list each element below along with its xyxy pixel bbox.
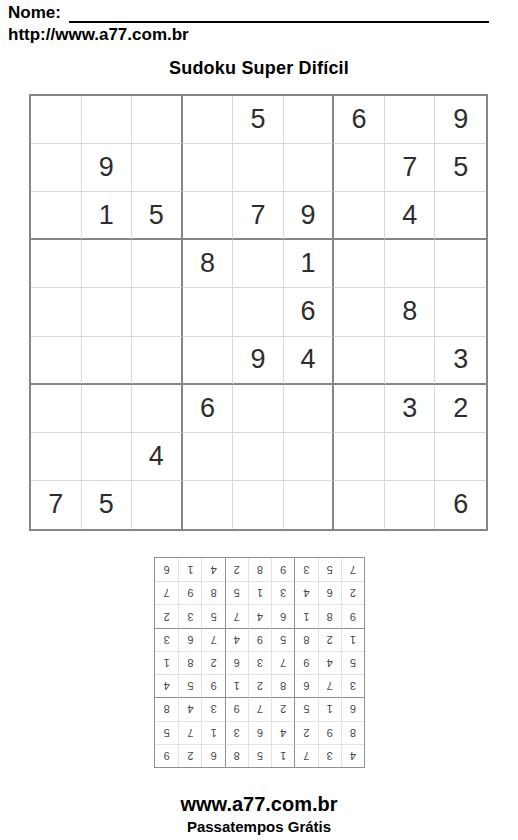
solution-cell-r5c4: 7 xyxy=(271,651,294,674)
solution-cell-r9c6: 2 xyxy=(225,558,248,581)
solution-cell-r2c1: 8 xyxy=(341,721,364,744)
puzzle-cell-r1c1 xyxy=(31,96,82,144)
puzzle-cell-r9c1: 7 xyxy=(31,481,82,529)
solution-cell-r1c1: 4 xyxy=(341,744,364,767)
puzzle-cell-r7c3 xyxy=(132,385,183,433)
solution-cell-r1c3: 7 xyxy=(294,744,317,767)
puzzle-cell-r7c9: 2 xyxy=(435,385,486,433)
solution-cell-r1c5: 5 xyxy=(248,744,271,767)
solution-cell-r1c2: 3 xyxy=(318,744,341,767)
puzzle-cell-r4c8 xyxy=(385,240,436,288)
puzzle-cell-r8c6 xyxy=(284,433,335,481)
solution-cell-r8c2: 6 xyxy=(318,581,341,604)
puzzle-cell-r5c4 xyxy=(183,288,234,336)
puzzle-cell-r6c8 xyxy=(385,337,436,385)
puzzle-cell-r4c4: 8 xyxy=(183,240,234,288)
puzzle-cell-r2c3 xyxy=(132,144,183,192)
puzzle-cell-r7c1 xyxy=(31,385,82,433)
solution-cell-r3c5: 7 xyxy=(248,697,271,720)
puzzle-cell-r7c2 xyxy=(82,385,133,433)
puzzle-cell-r6c1 xyxy=(31,337,82,385)
solution-cell-r6c4: 5 xyxy=(271,628,294,651)
puzzle-cell-r6c9: 3 xyxy=(435,337,486,385)
solution-cell-r6c7: 7 xyxy=(201,628,224,651)
page: Nome: http://www.a77.com.br Sudoku Super… xyxy=(0,0,518,840)
solution-cell-r8c6: 5 xyxy=(225,581,248,604)
solution-cell-r5c6: 6 xyxy=(225,651,248,674)
solution-cell-r2c9: 5 xyxy=(155,721,178,744)
solution-cell-r6c2: 2 xyxy=(318,628,341,651)
puzzle-cell-r3c2: 1 xyxy=(82,192,133,240)
puzzle-cell-r9c3 xyxy=(132,481,183,529)
puzzle-cell-r1c3 xyxy=(132,96,183,144)
solution-cell-r6c1: 1 xyxy=(341,628,364,651)
puzzle-cell-r8c2 xyxy=(82,433,133,481)
puzzle-cell-r3c6: 9 xyxy=(284,192,335,240)
solution-cell-r9c7: 4 xyxy=(201,558,224,581)
puzzle-cell-r4c6: 1 xyxy=(284,240,335,288)
puzzle-cell-r4c2 xyxy=(82,240,133,288)
solution-cell-r2c8: 7 xyxy=(178,721,201,744)
solution-cell-r5c8: 8 xyxy=(178,651,201,674)
solution-cell-r7c8: 3 xyxy=(178,604,201,627)
puzzle-cell-r7c8: 3 xyxy=(385,385,436,433)
solution-cell-r9c4: 9 xyxy=(271,558,294,581)
puzzle-cell-r4c1 xyxy=(31,240,82,288)
name-blank-line xyxy=(69,5,489,23)
solution-cell-r6c6: 4 xyxy=(225,628,248,651)
solution-cell-r7c1: 9 xyxy=(341,604,364,627)
puzzle-cell-r5c9 xyxy=(435,288,486,336)
puzzle-cell-r1c7: 6 xyxy=(334,96,385,144)
puzzle-cell-r9c4 xyxy=(183,481,234,529)
puzzle-cell-r8c4 xyxy=(183,433,234,481)
puzzle-cell-r5c2 xyxy=(82,288,133,336)
puzzle-cell-r2c1 xyxy=(31,144,82,192)
solution-cell-r4c3: 6 xyxy=(294,674,317,697)
puzzle-cell-r3c3: 5 xyxy=(132,192,183,240)
solution-cell-r7c6: 7 xyxy=(225,604,248,627)
puzzle-cell-r8c5 xyxy=(233,433,284,481)
puzzle-cell-r3c8: 4 xyxy=(385,192,436,240)
puzzle-cell-r5c3 xyxy=(132,288,183,336)
solution-cell-r1c8: 2 xyxy=(178,744,201,767)
solution-cell-r4c6: 1 xyxy=(225,674,248,697)
puzzle-cell-r3c4 xyxy=(183,192,234,240)
solution-cell-r5c3: 9 xyxy=(294,651,317,674)
puzzle-cell-r4c5 xyxy=(233,240,284,288)
solution-cell-r8c8: 9 xyxy=(178,581,201,604)
solution-cell-r3c3: 5 xyxy=(294,697,317,720)
solution-cell-r1c7: 6 xyxy=(201,744,224,767)
name-label: Nome: xyxy=(8,3,61,23)
puzzle-cell-r1c5: 5 xyxy=(233,96,284,144)
puzzle-cell-r4c3 xyxy=(132,240,183,288)
solution-cell-r9c3: 3 xyxy=(294,558,317,581)
solution-cell-r4c4: 8 xyxy=(271,674,294,697)
solution-cell-r8c5: 1 xyxy=(248,581,271,604)
puzzle-cell-r7c4: 6 xyxy=(183,385,234,433)
puzzle-cell-r9c9: 6 xyxy=(435,481,486,529)
puzzle-cell-r8c1 xyxy=(31,433,82,481)
puzzle-cell-r5c8: 8 xyxy=(385,288,436,336)
solution-cell-r8c1: 2 xyxy=(341,581,364,604)
solution-cell-r9c5: 8 xyxy=(248,558,271,581)
puzzle-cell-r6c7 xyxy=(334,337,385,385)
solution-cell-r2c7: 1 xyxy=(201,721,224,744)
puzzle-cell-r6c4 xyxy=(183,337,234,385)
puzzle-cell-r1c6 xyxy=(284,96,335,144)
puzzle-cell-r9c2: 5 xyxy=(82,481,133,529)
puzzle-cell-r5c7 xyxy=(334,288,385,336)
puzzle-cell-r7c7 xyxy=(334,385,385,433)
puzzle-cell-r8c7 xyxy=(334,433,385,481)
footer-tagline-text: Passatempos Grátis xyxy=(0,818,518,835)
puzzle-cell-r7c6 xyxy=(284,385,335,433)
solution-cell-r4c7: 9 xyxy=(201,674,224,697)
puzzle-cell-r1c4 xyxy=(183,96,234,144)
solution-cell-r3c6: 9 xyxy=(225,697,248,720)
puzzle-cell-r9c6 xyxy=(284,481,335,529)
site-url-text: http://www.a77.com.br xyxy=(8,25,189,45)
puzzle-cell-r8c3: 4 xyxy=(132,433,183,481)
solution-cell-r1c4: 1 xyxy=(271,744,294,767)
solution-cell-r5c5: 3 xyxy=(248,651,271,674)
solution-cell-r6c5: 9 xyxy=(248,628,271,651)
solution-cell-r7c9: 2 xyxy=(155,604,178,627)
puzzle-cell-r2c7 xyxy=(334,144,385,192)
puzzle-cell-r9c7 xyxy=(334,481,385,529)
solution-cell-r6c3: 8 xyxy=(294,628,317,651)
solution-cell-r4c5: 2 xyxy=(248,674,271,697)
puzzle-cell-r2c6 xyxy=(284,144,335,192)
solution-cell-r2c5: 6 xyxy=(248,721,271,744)
solution-cell-r9c9: 6 xyxy=(155,558,178,581)
footer-site-text: www.a77.com.br xyxy=(0,793,518,816)
solution-cell-r2c3: 2 xyxy=(294,721,317,744)
solution-cell-r7c2: 8 xyxy=(318,604,341,627)
solution-cell-r2c2: 9 xyxy=(318,721,341,744)
puzzle-cell-r3c5: 7 xyxy=(233,192,284,240)
puzzle-cell-r5c1 xyxy=(31,288,82,336)
solution-cell-r7c5: 4 xyxy=(248,604,271,627)
solution-cell-r3c7: 3 xyxy=(201,697,224,720)
solution-cell-r2c6: 3 xyxy=(225,721,248,744)
puzzle-cell-r8c9 xyxy=(435,433,486,481)
puzzle-cell-r6c5: 9 xyxy=(233,337,284,385)
solution-cell-r5c9: 1 xyxy=(155,651,178,674)
puzzle-cell-r6c3 xyxy=(132,337,183,385)
solution-grid: 4371586298924631756152793483768219545497… xyxy=(154,557,365,768)
puzzle-cell-r6c6: 4 xyxy=(284,337,335,385)
solution-cell-r3c2: 1 xyxy=(318,697,341,720)
solution-cell-r8c9: 7 xyxy=(155,581,178,604)
puzzle-cell-r1c2 xyxy=(82,96,133,144)
puzzle-cell-r7c5 xyxy=(233,385,284,433)
solution-cell-r4c8: 5 xyxy=(178,674,201,697)
solution-cell-r1c6: 8 xyxy=(225,744,248,767)
puzzle-cell-r5c5 xyxy=(233,288,284,336)
solution-cell-r9c2: 5 xyxy=(318,558,341,581)
solution-cell-r5c2: 4 xyxy=(318,651,341,674)
solution-cell-r8c3: 4 xyxy=(294,581,317,604)
solution-cell-r7c3: 1 xyxy=(294,604,317,627)
puzzle-cell-r9c5 xyxy=(233,481,284,529)
puzzle-cell-r4c7 xyxy=(334,240,385,288)
puzzle-cell-r8c8 xyxy=(385,433,436,481)
puzzle-cell-r3c9 xyxy=(435,192,486,240)
page-title: Sudoku Super Difícil xyxy=(0,58,518,79)
name-row: Nome: xyxy=(8,3,489,23)
solution-cell-r5c7: 2 xyxy=(201,651,224,674)
solution-cell-r7c7: 5 xyxy=(201,604,224,627)
solution-cell-r7c4: 6 xyxy=(271,604,294,627)
solution-cell-r1c9: 9 xyxy=(155,744,178,767)
puzzle-grid: 5699751579481689436324756 xyxy=(29,94,488,531)
solution-cell-r9c1: 7 xyxy=(341,558,364,581)
solution-cell-r4c9: 4 xyxy=(155,674,178,697)
solution-cell-r6c9: 3 xyxy=(155,628,178,651)
solution-cell-r3c8: 4 xyxy=(178,697,201,720)
puzzle-cell-r3c1 xyxy=(31,192,82,240)
puzzle-cell-r2c8: 7 xyxy=(385,144,436,192)
puzzle-cell-r2c4 xyxy=(183,144,234,192)
puzzle-cell-r9c8 xyxy=(385,481,436,529)
solution-cell-r9c8: 1 xyxy=(178,558,201,581)
solution-cell-r3c4: 2 xyxy=(271,697,294,720)
solution-cell-r8c4: 3 xyxy=(271,581,294,604)
puzzle-cell-r3c7 xyxy=(334,192,385,240)
solution-cell-r4c2: 7 xyxy=(318,674,341,697)
puzzle-cell-r2c5 xyxy=(233,144,284,192)
solution-cell-r4c1: 3 xyxy=(341,674,364,697)
puzzle-cell-r1c9: 9 xyxy=(435,96,486,144)
solution-cell-r3c9: 8 xyxy=(155,697,178,720)
puzzle-cell-r5c6: 6 xyxy=(284,288,335,336)
puzzle-cell-r1c8 xyxy=(385,96,436,144)
solution-cell-r3c1: 6 xyxy=(341,697,364,720)
solution-cell-r5c1: 5 xyxy=(341,651,364,674)
solution-cell-r6c8: 6 xyxy=(178,628,201,651)
puzzle-cell-r4c9 xyxy=(435,240,486,288)
puzzle-cell-r2c9: 5 xyxy=(435,144,486,192)
solution-cell-r8c7: 8 xyxy=(201,581,224,604)
puzzle-cell-r2c2: 9 xyxy=(82,144,133,192)
puzzle-cell-r6c2 xyxy=(82,337,133,385)
solution-cell-r2c4: 4 xyxy=(271,721,294,744)
